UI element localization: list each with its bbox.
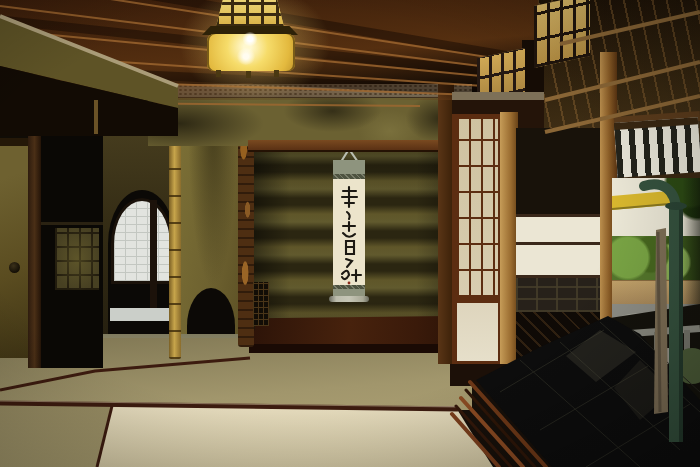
lantern-bulb-glare-2 — [236, 48, 256, 65]
lantern-foot-mid — [246, 71, 251, 78]
hanging-lantern — [200, 0, 300, 78]
lantern-foot-left — [216, 70, 221, 77]
lantern-foot-right — [274, 70, 279, 77]
lantern-top-shade — [216, 0, 284, 27]
lantern-bulb-glare-1 — [242, 32, 258, 46]
tea-room-photo: 年々日々好 — [0, 0, 700, 467]
floor-overlay — [0, 0, 700, 467]
